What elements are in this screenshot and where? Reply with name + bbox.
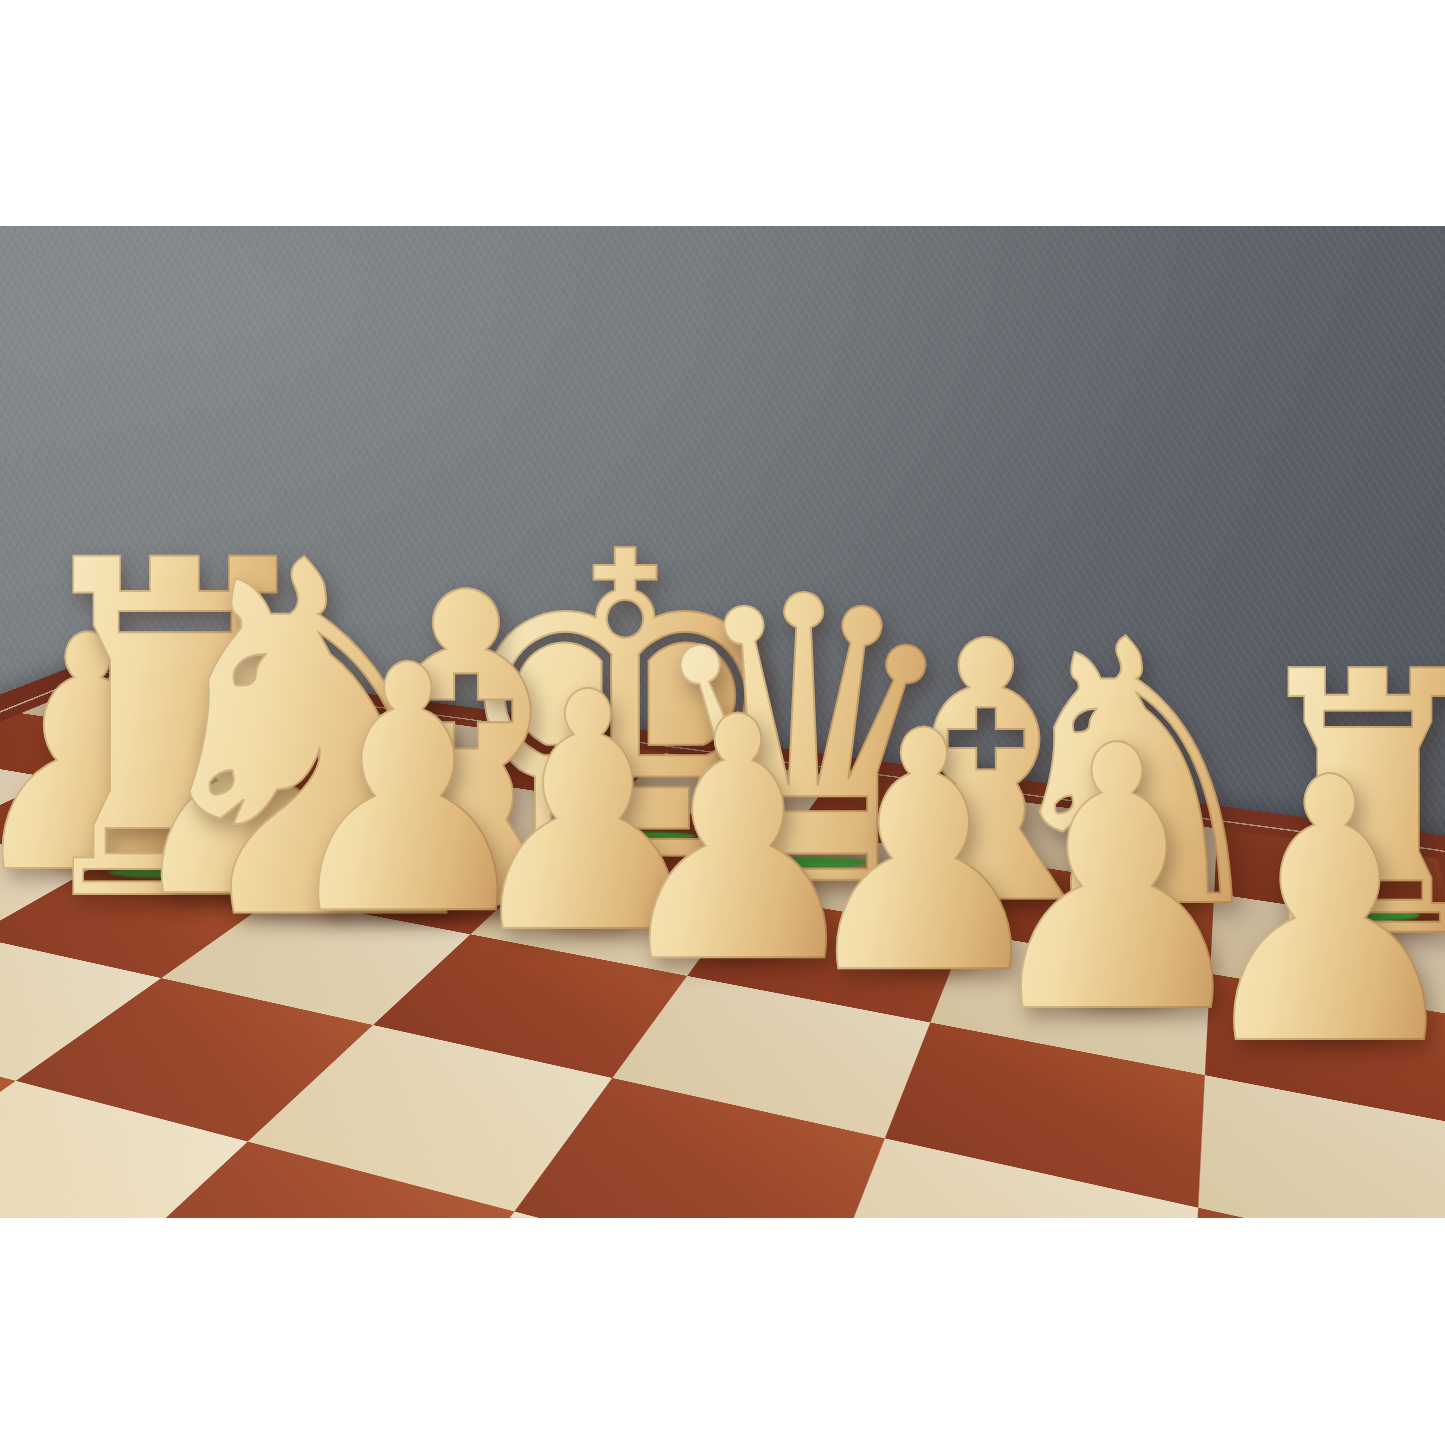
photo-canvas: ♚♟♛♜♟♝♝♞♞♟♟♜♟♟♟♟ (0, 0, 1445, 1445)
product-photo: ♚♟♛♜♟♝♝♞♞♟♟♜♟♟♟♟ (0, 226, 1445, 1218)
